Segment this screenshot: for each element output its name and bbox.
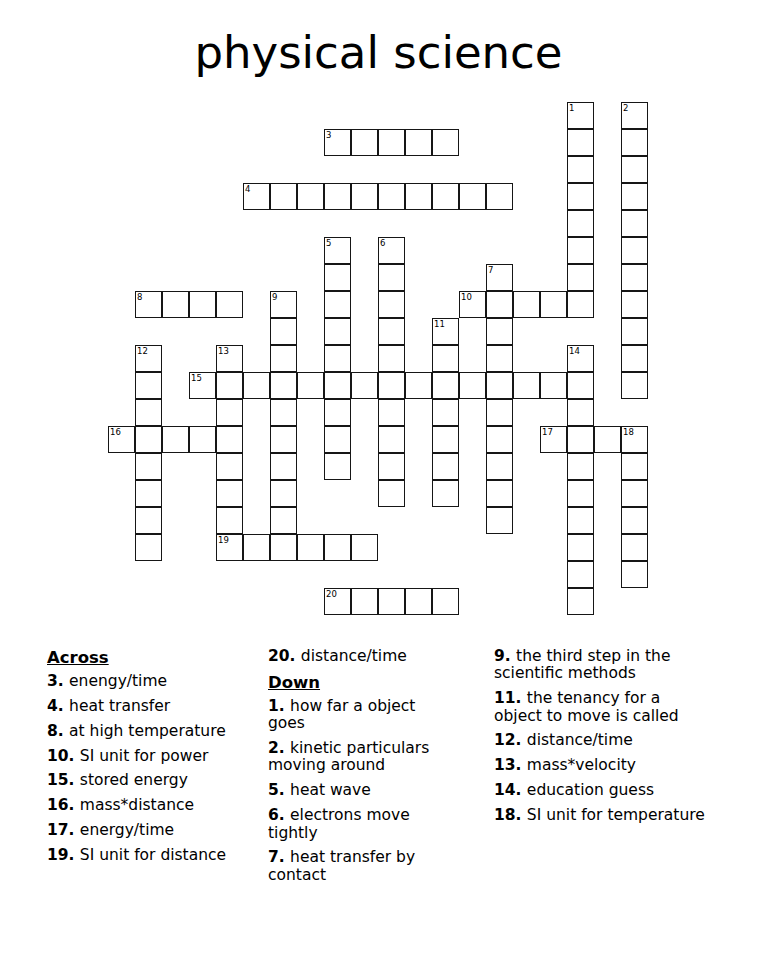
grid-cell-r15c1[interactable] xyxy=(135,507,162,534)
grid-cell-r16c17[interactable] xyxy=(567,534,594,561)
down-clue-9: 9. the third step in the scientific meth… xyxy=(494,648,708,683)
cell-number-19: 19 xyxy=(218,535,229,545)
grid-cell-r6c14[interactable]: 7 xyxy=(486,264,513,291)
grid-cell-r7c1[interactable]: 8 xyxy=(135,291,162,318)
grid-cell-r8c6[interactable] xyxy=(270,318,297,345)
grid-cell-r8c14[interactable] xyxy=(486,318,513,345)
cell-number-6: 6 xyxy=(380,238,385,248)
grid-cell-r3c5[interactable]: 4 xyxy=(243,183,270,210)
grid-cell-r11c6[interactable] xyxy=(270,399,297,426)
grid-cell-r10c17[interactable] xyxy=(567,372,594,399)
grid-cell-r9c8[interactable] xyxy=(324,345,351,372)
grid-cell-r11c14[interactable] xyxy=(486,399,513,426)
grid-cell-r13c1[interactable] xyxy=(135,453,162,480)
cell-number-12: 12 xyxy=(137,346,148,356)
grid-cell-r7c14[interactable] xyxy=(486,291,513,318)
grid-cell-r12c18[interactable] xyxy=(594,426,621,453)
grid-cell-r16c6[interactable] xyxy=(270,534,297,561)
clue-text: the third step in the scientific methods xyxy=(494,647,670,682)
grid-cell-r14c10[interactable] xyxy=(378,480,405,507)
grid-cell-r10c1[interactable] xyxy=(135,372,162,399)
clue-number: 15. xyxy=(47,771,80,789)
clue-number: 9. xyxy=(494,647,516,665)
clue-number: 8. xyxy=(47,722,69,740)
across-clues-column: Across3. enengy/time4. heat transfer8. a… xyxy=(47,648,267,872)
grid-cell-r3c8[interactable] xyxy=(324,183,351,210)
clue-number: 1. xyxy=(268,697,290,715)
clue-number: 2. xyxy=(268,739,290,757)
cell-number-3: 3 xyxy=(326,130,331,140)
grid-cell-r5c10[interactable]: 6 xyxy=(378,237,405,264)
clue-number: 7. xyxy=(268,848,290,866)
grid-cell-r7c10[interactable] xyxy=(378,291,405,318)
grid-cell-r16c9[interactable] xyxy=(351,534,378,561)
clue-text: energy/time xyxy=(80,821,174,839)
grid-cell-r14c12[interactable] xyxy=(432,480,459,507)
grid-cell-r11c4[interactable] xyxy=(216,399,243,426)
grid-cell-r11c1[interactable] xyxy=(135,399,162,426)
grid-cell-r12c16[interactable]: 17 xyxy=(540,426,567,453)
grid-cell-r12c8[interactable] xyxy=(324,426,351,453)
down-clue-12: 12. distance/time xyxy=(494,732,708,749)
grid-cell-r7c19[interactable] xyxy=(621,291,648,318)
grid-cell-r10c3[interactable]: 15 xyxy=(189,372,216,399)
clue-text: SI unit for power xyxy=(80,747,208,765)
cell-number-7: 7 xyxy=(488,265,493,275)
grid-cell-r18c11[interactable] xyxy=(405,588,432,615)
grid-cell-r10c19[interactable] xyxy=(621,372,648,399)
clue-number: 11. xyxy=(494,689,527,707)
grid-cell-r10c14[interactable] xyxy=(486,372,513,399)
down-clue-2: 2. kinetic particulars moving around xyxy=(268,740,448,775)
clue-text: at high temperature xyxy=(69,722,226,740)
grid-cell-r18c10[interactable] xyxy=(378,588,405,615)
grid-cell-r7c2[interactable] xyxy=(162,291,189,318)
clue-text: SI unit for temperature xyxy=(527,806,705,824)
grid-cell-r1c17[interactable] xyxy=(567,129,594,156)
cell-number-8: 8 xyxy=(137,292,142,302)
grid-cell-r14c1[interactable] xyxy=(135,480,162,507)
grid-cell-r13c8[interactable] xyxy=(324,453,351,480)
across-clue-15: 15. stored energy xyxy=(47,772,267,789)
clue-text: stored energy xyxy=(80,771,188,789)
grid-cell-r3c14[interactable] xyxy=(486,183,513,210)
grid-cell-r10c13[interactable] xyxy=(459,372,486,399)
grid-cell-r3c12[interactable] xyxy=(432,183,459,210)
grid-cell-r7c16[interactable] xyxy=(540,291,567,318)
down-heading: Down xyxy=(268,673,448,692)
cell-number-1: 1 xyxy=(569,103,574,113)
cell-number-10: 10 xyxy=(461,292,472,302)
grid-cell-r0c17[interactable]: 1 xyxy=(567,102,594,129)
down-clue-11: 11. the tenancy for a object to move is … xyxy=(494,690,708,725)
middle-clues-column: 20. distance/timeDown1. how far a object… xyxy=(268,648,448,892)
clue-text: mass*distance xyxy=(80,796,194,814)
clue-text: heat wave xyxy=(290,781,371,799)
down-clue-13: 13. mass*velocity xyxy=(494,757,708,774)
across-clue-17: 17. energy/time xyxy=(47,822,267,839)
grid-cell-r17c17[interactable] xyxy=(567,561,594,588)
grid-cell-r18c9[interactable] xyxy=(351,588,378,615)
grid-cell-r7c8[interactable] xyxy=(324,291,351,318)
clue-number: 19. xyxy=(47,846,80,864)
grid-cell-r12c4[interactable] xyxy=(216,426,243,453)
grid-cell-r6c8[interactable] xyxy=(324,264,351,291)
across-clue-8: 8. at high temperature xyxy=(47,723,267,740)
grid-cell-r12c10[interactable] xyxy=(378,426,405,453)
clue-number: 14. xyxy=(494,781,527,799)
grid-cell-r6c10[interactable] xyxy=(378,264,405,291)
grid-cell-r3c13[interactable] xyxy=(459,183,486,210)
grid-cell-r11c12[interactable] xyxy=(432,399,459,426)
grid-cell-r12c17[interactable] xyxy=(567,426,594,453)
grid-cell-r3c11[interactable] xyxy=(405,183,432,210)
grid-cell-r7c13[interactable]: 10 xyxy=(459,291,486,318)
grid-cell-r16c5[interactable] xyxy=(243,534,270,561)
clue-text: electrons move tightly xyxy=(268,806,410,841)
grid-cell-r3c6[interactable] xyxy=(270,183,297,210)
grid-cell-r1c19[interactable] xyxy=(621,129,648,156)
grid-cell-r3c19[interactable] xyxy=(621,183,648,210)
cell-number-4: 4 xyxy=(245,184,250,194)
grid-cell-r7c4[interactable] xyxy=(216,291,243,318)
grid-cell-r12c6[interactable] xyxy=(270,426,297,453)
grid-cell-r2c17[interactable] xyxy=(567,156,594,183)
grid-cell-r13c4[interactable] xyxy=(216,453,243,480)
grid-cell-r12c1[interactable] xyxy=(135,426,162,453)
grid-cell-r10c9[interactable] xyxy=(351,372,378,399)
cell-number-9: 9 xyxy=(272,292,277,302)
grid-cell-r4c19[interactable] xyxy=(621,210,648,237)
across-clue-3: 3. enengy/time xyxy=(47,673,267,690)
clue-number: 6. xyxy=(268,806,290,824)
grid-cell-r12c14[interactable] xyxy=(486,426,513,453)
clue-number: 5. xyxy=(268,781,290,799)
grid-cell-r13c12[interactable] xyxy=(432,453,459,480)
grid-cell-r10c4[interactable] xyxy=(216,372,243,399)
grid-cell-r5c19[interactable] xyxy=(621,237,648,264)
grid-cell-r18c12[interactable] xyxy=(432,588,459,615)
crossword-page: physical science 12345678910111213141516… xyxy=(0,0,757,980)
down-clue-18: 18. SI unit for temperature xyxy=(494,807,708,824)
grid-cell-r10c10[interactable] xyxy=(378,372,405,399)
puzzle-title: physical science xyxy=(0,26,757,79)
grid-cell-r3c10[interactable] xyxy=(378,183,405,210)
grid-cell-r9c10[interactable] xyxy=(378,345,405,372)
grid-cell-r1c11[interactable] xyxy=(405,129,432,156)
clue-number: 17. xyxy=(47,821,80,839)
clue-text: kinetic particulars moving around xyxy=(268,739,429,774)
grid-cell-r9c19[interactable] xyxy=(621,345,648,372)
grid-cell-r5c17[interactable] xyxy=(567,237,594,264)
grid-cell-r7c6[interactable]: 9 xyxy=(270,291,297,318)
grid-cell-r15c14[interactable] xyxy=(486,507,513,534)
grid-cell-r7c3[interactable] xyxy=(189,291,216,318)
grid-cell-r9c1[interactable]: 12 xyxy=(135,345,162,372)
grid-cell-r10c16[interactable] xyxy=(540,372,567,399)
grid-cell-r4c17[interactable] xyxy=(567,210,594,237)
grid-cell-r14c19[interactable] xyxy=(621,480,648,507)
clue-text: distance/time xyxy=(301,647,407,665)
clue-text: enengy/time xyxy=(69,672,167,690)
grid-cell-r14c14[interactable] xyxy=(486,480,513,507)
grid-cell-r13c10[interactable] xyxy=(378,453,405,480)
clue-number: 16. xyxy=(47,796,80,814)
across-clue-4: 4. heat transfer xyxy=(47,698,267,715)
grid-cell-r2c19[interactable] xyxy=(621,156,648,183)
grid-cell-r10c8[interactable] xyxy=(324,372,351,399)
grid-cell-r9c4[interactable]: 13 xyxy=(216,345,243,372)
clue-number: 3. xyxy=(47,672,69,690)
grid-cell-r8c19[interactable] xyxy=(621,318,648,345)
down-clue-5: 5. heat wave xyxy=(268,782,448,799)
down-clue-6: 6. electrons move tightly xyxy=(268,807,448,842)
across-heading: Across xyxy=(47,648,267,667)
grid-cell-r14c6[interactable] xyxy=(270,480,297,507)
grid-cell-r10c15[interactable] xyxy=(513,372,540,399)
grid-cell-r8c12[interactable]: 11 xyxy=(432,318,459,345)
grid-cell-r15c4[interactable] xyxy=(216,507,243,534)
grid-cell-r10c5[interactable] xyxy=(243,372,270,399)
grid-cell-r13c14[interactable] xyxy=(486,453,513,480)
grid-cell-r15c17[interactable] xyxy=(567,507,594,534)
grid-cell-r12c19[interactable]: 18 xyxy=(621,426,648,453)
clue-number: 18. xyxy=(494,806,527,824)
grid-cell-r15c6[interactable] xyxy=(270,507,297,534)
cell-number-5: 5 xyxy=(326,238,331,248)
grid-cell-r11c10[interactable] xyxy=(378,399,405,426)
cell-number-13: 13 xyxy=(218,346,229,356)
grid-cell-r15c19[interactable] xyxy=(621,507,648,534)
across-clue-20: 20. distance/time xyxy=(268,648,448,665)
grid-cell-r8c10[interactable] xyxy=(378,318,405,345)
grid-cell-r12c2[interactable] xyxy=(162,426,189,453)
cell-number-15: 15 xyxy=(191,373,202,383)
grid-cell-r13c17[interactable] xyxy=(567,453,594,480)
grid-cell-r11c17[interactable] xyxy=(567,399,594,426)
across-clue-16: 16. mass*distance xyxy=(47,797,267,814)
down-clue-14: 14. education guess xyxy=(494,782,708,799)
cell-number-11: 11 xyxy=(434,319,445,329)
grid-cell-r10c7[interactable] xyxy=(297,372,324,399)
clue-number: 4. xyxy=(47,697,69,715)
grid-cell-r0c19[interactable]: 2 xyxy=(621,102,648,129)
grid-cell-r17c19[interactable] xyxy=(621,561,648,588)
grid-cell-r16c19[interactable] xyxy=(621,534,648,561)
grid-cell-r9c12[interactable] xyxy=(432,345,459,372)
cell-number-20: 20 xyxy=(326,589,337,599)
grid-cell-r1c10[interactable] xyxy=(378,129,405,156)
grid-cell-r9c17[interactable]: 14 xyxy=(567,345,594,372)
grid-cell-r1c8[interactable]: 3 xyxy=(324,129,351,156)
crossword-grid: 1234567891011121314151617181920 xyxy=(108,102,648,615)
across-clue-19: 19. SI unit for distance xyxy=(47,847,267,864)
grid-cell-r16c7[interactable] xyxy=(297,534,324,561)
grid-cell-r13c19[interactable] xyxy=(621,453,648,480)
grid-cell-r3c17[interactable] xyxy=(567,183,594,210)
grid-cell-r11c8[interactable] xyxy=(324,399,351,426)
grid-cell-r1c12[interactable] xyxy=(432,129,459,156)
clue-number: 10. xyxy=(47,747,80,765)
clue-text: how far a object goes xyxy=(268,697,415,732)
clue-text: mass*velocity xyxy=(527,756,636,774)
clue-number: 20. xyxy=(268,647,301,665)
clue-text: distance/time xyxy=(527,731,633,749)
clue-text: heat transfer by contact xyxy=(268,848,415,883)
grid-cell-r10c12[interactable] xyxy=(432,372,459,399)
grid-cell-r6c19[interactable] xyxy=(621,264,648,291)
clue-text: education guess xyxy=(527,781,654,799)
clue-text: heat transfer xyxy=(69,697,170,715)
clue-number: 12. xyxy=(494,731,527,749)
cell-number-18: 18 xyxy=(623,427,634,437)
cell-number-2: 2 xyxy=(623,103,628,113)
grid-cell-r16c4[interactable]: 19 xyxy=(216,534,243,561)
grid-cell-r12c0[interactable]: 16 xyxy=(108,426,135,453)
grid-cell-r3c7[interactable] xyxy=(297,183,324,210)
grid-cell-r9c6[interactable] xyxy=(270,345,297,372)
cell-number-17: 17 xyxy=(542,427,553,437)
grid-cell-r9c14[interactable] xyxy=(486,345,513,372)
grid-cell-r10c6[interactable] xyxy=(270,372,297,399)
grid-cell-r14c17[interactable] xyxy=(567,480,594,507)
cell-number-16: 16 xyxy=(110,427,121,437)
down-clue-1: 1. how far a object goes xyxy=(268,698,448,733)
grid-cell-r18c8[interactable]: 20 xyxy=(324,588,351,615)
grid-cell-r14c4[interactable] xyxy=(216,480,243,507)
grid-cell-r13c6[interactable] xyxy=(270,453,297,480)
grid-cell-r18c17[interactable] xyxy=(567,588,594,615)
grid-cell-r6c17[interactable] xyxy=(567,264,594,291)
grid-cell-r16c8[interactable] xyxy=(324,534,351,561)
grid-cell-r12c3[interactable] xyxy=(189,426,216,453)
across-clue-10: 10. SI unit for power xyxy=(47,748,267,765)
grid-cell-r3c9[interactable] xyxy=(351,183,378,210)
grid-cell-r7c17[interactable] xyxy=(567,291,594,318)
grid-cell-r5c8[interactable]: 5 xyxy=(324,237,351,264)
grid-cell-r8c8[interactable] xyxy=(324,318,351,345)
grid-cell-r1c9[interactable] xyxy=(351,129,378,156)
down-clue-7: 7. heat transfer by contact xyxy=(268,849,448,884)
grid-cell-r12c12[interactable] xyxy=(432,426,459,453)
grid-cell-r16c1[interactable] xyxy=(135,534,162,561)
grid-cell-r10c11[interactable] xyxy=(405,372,432,399)
clue-number: 13. xyxy=(494,756,527,774)
clue-text: SI unit for distance xyxy=(80,846,226,864)
cell-number-14: 14 xyxy=(569,346,580,356)
right-clues-column: 9. the third step in the scientific meth… xyxy=(494,648,708,832)
grid-cell-r7c15[interactable] xyxy=(513,291,540,318)
